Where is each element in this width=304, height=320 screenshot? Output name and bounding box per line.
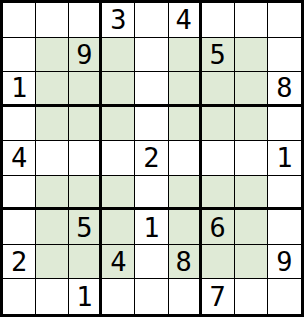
given-digit: 4 [175, 6, 191, 33]
cell-r6c8[interactable] [235, 176, 268, 211]
cell-r4c2[interactable] [36, 107, 69, 142]
cell-r4c8[interactable] [235, 107, 268, 142]
cell-r1c1[interactable] [3, 3, 36, 38]
cell-r7c6[interactable] [169, 210, 202, 245]
given-digit: 4 [11, 144, 27, 171]
cell-r4c1[interactable] [3, 107, 36, 142]
cell-r9c7[interactable]: 7 [202, 279, 235, 314]
cell-r8c9[interactable]: 9 [268, 245, 301, 280]
given-digit: 9 [76, 41, 92, 68]
cell-r2c3[interactable]: 9 [69, 38, 102, 73]
cell-r2c9[interactable] [268, 38, 301, 73]
cell-r7c5[interactable]: 1 [135, 210, 168, 245]
given-digit: 1 [143, 214, 159, 241]
cell-r8c8[interactable] [235, 245, 268, 280]
cell-r5c5[interactable]: 2 [135, 141, 168, 176]
cell-r3c5[interactable] [135, 72, 168, 107]
cell-r9c1[interactable] [3, 279, 36, 314]
cell-r8c7[interactable] [202, 245, 235, 280]
cell-r3c3[interactable] [69, 72, 102, 107]
cell-r7c3[interactable]: 5 [69, 210, 102, 245]
cell-r6c4[interactable] [102, 176, 135, 211]
cell-r8c6[interactable]: 8 [169, 245, 202, 280]
cell-r7c2[interactable] [36, 210, 69, 245]
cell-r9c4[interactable] [102, 279, 135, 314]
cell-r1c4[interactable]: 3 [102, 3, 135, 38]
cell-r2c6[interactable] [169, 38, 202, 73]
given-digit: 2 [143, 144, 159, 171]
given-digit: 3 [110, 6, 126, 33]
cell-r1c8[interactable] [235, 3, 268, 38]
cell-r2c7[interactable]: 5 [202, 38, 235, 73]
cell-r5c3[interactable] [69, 141, 102, 176]
cell-r2c1[interactable] [3, 38, 36, 73]
cell-r1c6[interactable]: 4 [169, 3, 202, 38]
cell-r5c9[interactable]: 1 [268, 141, 301, 176]
given-digit: 5 [210, 41, 226, 68]
cell-r8c3[interactable] [69, 245, 102, 280]
given-digit: 8 [175, 248, 191, 275]
given-digit: 1 [11, 74, 27, 101]
cell-r4c7[interactable] [202, 107, 235, 142]
given-digit: 2 [11, 248, 27, 275]
cell-r9c9[interactable] [268, 279, 301, 314]
cell-r5c6[interactable] [169, 141, 202, 176]
cell-r9c5[interactable] [135, 279, 168, 314]
cell-r3c8[interactable] [235, 72, 268, 107]
given-digit: 7 [210, 283, 226, 310]
cell-r9c2[interactable] [36, 279, 69, 314]
cell-r7c1[interactable] [3, 210, 36, 245]
cell-r1c5[interactable] [135, 3, 168, 38]
given-digit: 9 [276, 248, 292, 275]
cell-r6c7[interactable] [202, 176, 235, 211]
cell-r6c3[interactable] [69, 176, 102, 211]
cell-r6c6[interactable] [169, 176, 202, 211]
given-digit: 8 [276, 74, 292, 101]
given-digit: 6 [210, 214, 226, 241]
cell-r9c6[interactable] [169, 279, 202, 314]
cell-r2c4[interactable] [102, 38, 135, 73]
cell-r6c5[interactable] [135, 176, 168, 211]
cell-r4c6[interactable] [169, 107, 202, 142]
cell-r6c2[interactable] [36, 176, 69, 211]
sudoku-board: 349518421516248917 [0, 0, 304, 317]
cell-r9c8[interactable] [235, 279, 268, 314]
cell-r7c8[interactable] [235, 210, 268, 245]
cell-r8c4[interactable]: 4 [102, 245, 135, 280]
cell-r8c1[interactable]: 2 [3, 245, 36, 280]
cell-r3c2[interactable] [36, 72, 69, 107]
cell-r1c3[interactable] [69, 3, 102, 38]
cell-r5c8[interactable] [235, 141, 268, 176]
cell-r9c3[interactable]: 1 [69, 279, 102, 314]
cell-r7c7[interactable]: 6 [202, 210, 235, 245]
cell-r5c1[interactable]: 4 [3, 141, 36, 176]
cell-r6c9[interactable] [268, 176, 301, 211]
cell-r8c5[interactable] [135, 245, 168, 280]
cell-r1c9[interactable] [268, 3, 301, 38]
given-digit: 5 [76, 214, 92, 241]
cell-r4c5[interactable] [135, 107, 168, 142]
cell-r1c7[interactable] [202, 3, 235, 38]
cell-r2c8[interactable] [235, 38, 268, 73]
cell-r4c4[interactable] [102, 107, 135, 142]
cell-r3c4[interactable] [102, 72, 135, 107]
cell-r3c7[interactable] [202, 72, 235, 107]
cell-r4c9[interactable] [268, 107, 301, 142]
cell-r3c6[interactable] [169, 72, 202, 107]
cell-r7c4[interactable] [102, 210, 135, 245]
cell-r7c9[interactable] [268, 210, 301, 245]
cell-r1c2[interactable] [36, 3, 69, 38]
cell-r5c4[interactable] [102, 141, 135, 176]
cell-r3c1[interactable]: 1 [3, 72, 36, 107]
cell-r2c5[interactable] [135, 38, 168, 73]
cell-r3c9[interactable]: 8 [268, 72, 301, 107]
cell-r6c1[interactable] [3, 176, 36, 211]
given-digit: 1 [276, 144, 292, 171]
cell-r2c2[interactable] [36, 38, 69, 73]
cell-r4c3[interactable] [69, 107, 102, 142]
cell-r5c7[interactable] [202, 141, 235, 176]
cell-r5c2[interactable] [36, 141, 69, 176]
given-digit: 1 [76, 283, 92, 310]
cell-r8c2[interactable] [36, 245, 69, 280]
given-digit: 4 [110, 248, 126, 275]
